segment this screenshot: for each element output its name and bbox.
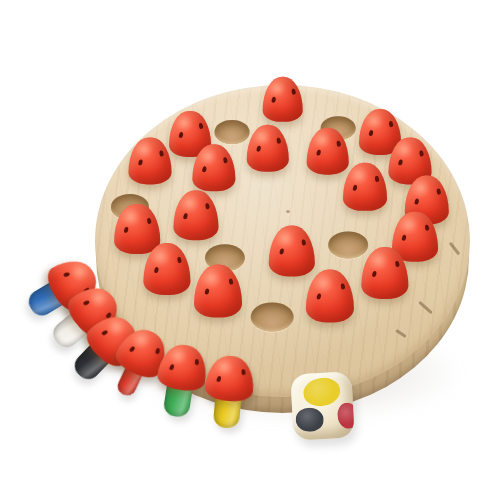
memory-chess-product-photo [0,0,500,500]
red-stick-hole-23[interactable] [306,269,354,322]
red-stick-hole-18[interactable] [269,225,315,276]
red-stick-hole-15[interactable] [114,204,160,254]
red-stick-hole-20[interactable] [143,243,190,295]
fallen-stick-yellow[interactable] [201,354,256,442]
empty-hole-17[interactable] [328,232,368,259]
empty-hole-24[interactable] [251,303,294,332]
empty-hole-3[interactable] [214,120,249,144]
red-stick-hole-8[interactable] [129,137,172,184]
die-dot-red [336,401,355,430]
die-dot-black [295,407,325,433]
red-stick-hole-10[interactable] [192,144,235,192]
fallen-stick-head [204,354,256,403]
die-dot-yellow [301,375,342,409]
red-stick-hole-1[interactable] [263,77,304,122]
red-stick-hole-11[interactable] [343,163,387,211]
red-stick-hole-6[interactable] [247,125,289,172]
fallen-stick-head [156,342,210,394]
color-die[interactable] [290,371,354,440]
red-stick-hole-14[interactable] [173,190,218,240]
red-stick-hole-22[interactable] [194,264,242,317]
